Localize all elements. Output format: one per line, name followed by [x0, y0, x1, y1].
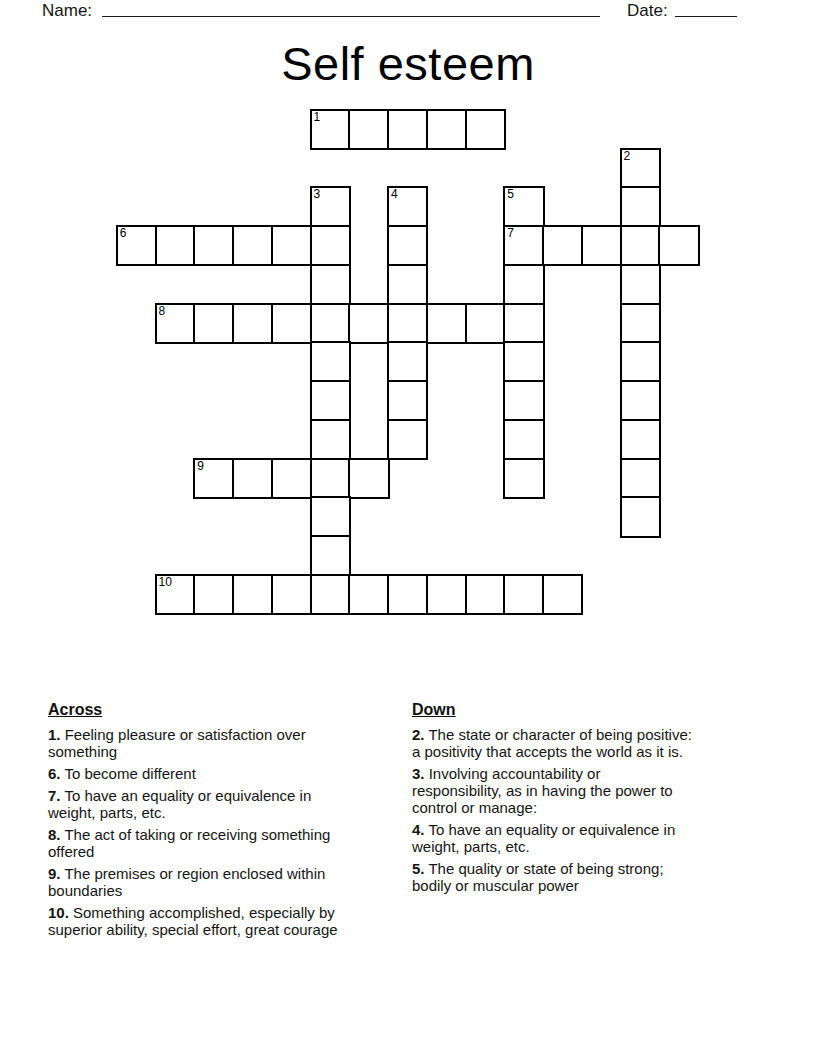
clue-number: 8 — [159, 305, 166, 318]
clue-down-4: 4. To have an equality or equivalence in… — [412, 821, 784, 855]
grid-cell[interactable] — [387, 574, 428, 615]
grid-cell[interactable] — [348, 109, 389, 150]
grid-cell[interactable]: 8 — [155, 303, 196, 344]
grid-cell[interactable] — [387, 303, 428, 344]
down-clue-list: 2. The state or character of being posit… — [412, 726, 784, 894]
clue-across-9: 9. The premises or region enclosed withi… — [48, 865, 420, 899]
clue-across-8: 8. The act of taking or receiving someth… — [48, 826, 420, 860]
clue-across-1: 1. Feeling pleasure or satisfaction over… — [48, 726, 420, 760]
down-clues-section: Down 2. The state or character of being … — [412, 701, 784, 899]
grid-cell[interactable] — [348, 574, 389, 615]
grid-cell[interactable] — [620, 264, 661, 305]
grid-cell[interactable] — [310, 303, 351, 344]
grid-cell[interactable]: 1 — [310, 109, 351, 150]
clue-number: 6 — [120, 227, 127, 240]
puzzle-title: Self esteem — [0, 36, 816, 91]
grid-cell[interactable] — [503, 341, 544, 382]
grid-cell[interactable] — [310, 264, 351, 305]
clue-number: 9 — [197, 460, 204, 473]
grid-cell[interactable]: 10 — [155, 574, 196, 615]
grid-cell[interactable]: 5 — [503, 186, 544, 227]
date-label: Date: — [627, 1, 668, 21]
name-label: Name: — [42, 1, 92, 21]
grid-cell[interactable] — [387, 109, 428, 150]
grid-cell[interactable] — [542, 225, 583, 266]
grid-cell[interactable] — [426, 109, 467, 150]
grid-cell[interactable] — [620, 303, 661, 344]
grid-cell[interactable] — [348, 303, 389, 344]
grid-cell[interactable] — [310, 458, 351, 499]
grid-cell[interactable] — [620, 419, 661, 460]
grid-cell[interactable] — [271, 303, 312, 344]
grid-cell[interactable] — [193, 225, 234, 266]
grid-cell[interactable] — [271, 574, 312, 615]
grid-cell[interactable] — [620, 225, 661, 266]
grid-cell[interactable] — [503, 574, 544, 615]
grid-cell[interactable] — [503, 380, 544, 421]
grid-cell[interactable] — [465, 303, 506, 344]
grid-cell[interactable]: 2 — [620, 148, 661, 189]
grid-cell[interactable] — [348, 458, 389, 499]
grid-cell[interactable] — [310, 574, 351, 615]
clue-number: 10 — [159, 576, 172, 589]
grid-cell[interactable]: 9 — [193, 458, 234, 499]
grid-cell[interactable] — [193, 303, 234, 344]
grid-cell[interactable] — [503, 419, 544, 460]
grid-cell[interactable] — [542, 574, 583, 615]
grid-cell[interactable] — [581, 225, 622, 266]
grid-cell[interactable] — [232, 574, 273, 615]
clue-down-2: 2. The state or character of being posit… — [412, 726, 784, 760]
grid-cell[interactable]: 3 — [310, 186, 351, 227]
grid-cell[interactable] — [387, 380, 428, 421]
across-clues-section: Across 1. Feeling pleasure or satisfacti… — [48, 701, 420, 943]
grid-cell[interactable] — [620, 496, 661, 537]
grid-cell[interactable] — [232, 225, 273, 266]
name-blank-field[interactable] — [102, 2, 600, 17]
clue-down-5: 5. The quality or state of being strong;… — [412, 860, 784, 894]
grid-cell[interactable] — [271, 225, 312, 266]
clue-number: 2 — [624, 150, 631, 163]
grid-cell[interactable] — [310, 225, 351, 266]
grid-cell[interactable] — [310, 535, 351, 576]
clue-number: 1 — [314, 111, 321, 124]
grid-cell[interactable] — [387, 419, 428, 460]
down-heading: Down — [412, 701, 784, 719]
grid-cell[interactable] — [232, 303, 273, 344]
clue-number: 7 — [507, 227, 514, 240]
grid-cell[interactable] — [426, 574, 467, 615]
across-clue-list: 1. Feeling pleasure or satisfaction over… — [48, 726, 420, 938]
grid-cell[interactable] — [465, 109, 506, 150]
grid-cell[interactable] — [310, 380, 351, 421]
clue-number: 4 — [391, 188, 398, 201]
grid-cell[interactable] — [426, 303, 467, 344]
clue-down-3: 3. Involving accountability or responsib… — [412, 765, 784, 816]
across-heading: Across — [48, 701, 420, 719]
clue-across-10: 10. Something accomplished, especially b… — [48, 904, 420, 938]
grid-cell[interactable] — [387, 264, 428, 305]
grid-cell[interactable] — [620, 186, 661, 227]
clue-across-6: 6. To become different — [48, 765, 420, 782]
grid-cell[interactable] — [310, 341, 351, 382]
clue-number: 5 — [507, 188, 514, 201]
clue-across-7: 7. To have an equality or equivalence in… — [48, 787, 420, 821]
grid-cell[interactable] — [620, 380, 661, 421]
crossword-grid: 12345678910 — [117, 110, 699, 614]
grid-cell[interactable] — [310, 496, 351, 537]
grid-cell[interactable] — [503, 458, 544, 499]
grid-cell[interactable] — [620, 341, 661, 382]
grid-cell[interactable]: 6 — [116, 225, 157, 266]
clue-number: 3 — [314, 188, 321, 201]
grid-cell[interactable] — [155, 225, 196, 266]
grid-cell[interactable] — [232, 458, 273, 499]
grid-cell[interactable] — [310, 419, 351, 460]
grid-cell[interactable] — [465, 574, 506, 615]
grid-cell[interactable] — [387, 341, 428, 382]
grid-cell[interactable]: 7 — [503, 225, 544, 266]
date-blank-field[interactable] — [675, 2, 737, 17]
grid-cell[interactable] — [503, 264, 544, 305]
grid-cell[interactable] — [658, 225, 699, 266]
worksheet-page: Name: Date: Self esteem 12345678910 Acro… — [0, 0, 816, 1056]
grid-cell[interactable] — [271, 458, 312, 499]
grid-cell[interactable] — [193, 574, 234, 615]
grid-cell[interactable]: 4 — [387, 186, 428, 227]
grid-cell[interactable] — [503, 303, 544, 344]
grid-cell[interactable] — [620, 458, 661, 499]
grid-cell[interactable] — [387, 225, 428, 266]
